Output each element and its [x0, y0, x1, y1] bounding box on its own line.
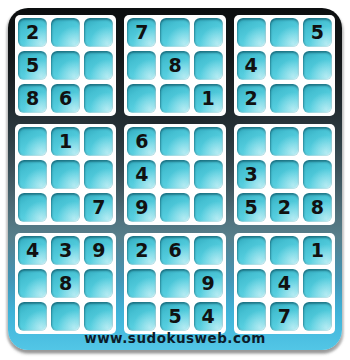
cell-r8c9[interactable] — [303, 269, 332, 298]
cell-r1c2[interactable] — [51, 18, 80, 47]
cell-r7c2[interactable]: 3 — [51, 236, 80, 265]
cell-r9c9[interactable] — [303, 302, 332, 331]
cell-r1c5[interactable] — [160, 18, 189, 47]
cell-r6c8[interactable]: 2 — [270, 193, 299, 222]
cell-r5c5[interactable] — [160, 160, 189, 189]
box-1-2: 781 — [124, 15, 225, 116]
cell-r1c9[interactable]: 5 — [303, 18, 332, 47]
cell-r2c5[interactable]: 8 — [160, 51, 189, 80]
box-1-1: 2586 — [15, 15, 116, 116]
cell-r4c3[interactable] — [84, 127, 113, 156]
cell-r7c5[interactable]: 6 — [160, 236, 189, 265]
cell-r4c1[interactable] — [18, 127, 47, 156]
footer-bar: www.sudokusweb.com — [8, 328, 342, 347]
given-digit: 8 — [168, 56, 181, 75]
box-1-3: 542 — [234, 15, 335, 116]
cell-r1c3[interactable] — [84, 18, 113, 47]
cell-r3c6[interactable]: 1 — [194, 84, 223, 113]
cell-r2c8[interactable] — [270, 51, 299, 80]
cell-r1c7[interactable] — [237, 18, 266, 47]
cell-r8c3[interactable] — [84, 269, 113, 298]
cell-r7c9[interactable]: 1 — [303, 236, 332, 265]
given-digit: 5 — [311, 23, 324, 42]
cell-r5c2[interactable] — [51, 160, 80, 189]
given-digit: 1 — [311, 241, 324, 260]
cell-r5c6[interactable] — [194, 160, 223, 189]
box-3-2: 26954 — [124, 233, 225, 334]
cell-r1c4[interactable]: 7 — [127, 18, 156, 47]
sudoku-board: 2586781542176493528439826954147 — [15, 15, 335, 334]
given-digit: 6 — [135, 132, 148, 151]
given-digit: 4 — [26, 241, 39, 260]
cell-r2c2[interactable] — [51, 51, 80, 80]
cell-r1c8[interactable] — [270, 18, 299, 47]
cell-r4c5[interactable] — [160, 127, 189, 156]
given-digit: 2 — [278, 198, 291, 217]
cell-r6c9[interactable]: 8 — [303, 193, 332, 222]
given-digit: 4 — [135, 165, 148, 184]
box-2-2: 649 — [124, 124, 225, 225]
cell-r4c7[interactable] — [237, 127, 266, 156]
cell-r4c2[interactable]: 1 — [51, 127, 80, 156]
cell-r6c3[interactable]: 7 — [84, 193, 113, 222]
cell-r9c2[interactable] — [51, 302, 80, 331]
cell-r3c5[interactable] — [160, 84, 189, 113]
cell-r5c9[interactable] — [303, 160, 332, 189]
cell-r8c2[interactable]: 8 — [51, 269, 80, 298]
box-3-1: 4398 — [15, 233, 116, 334]
cell-r9c1[interactable] — [18, 302, 47, 331]
cell-r5c7[interactable]: 3 — [237, 160, 266, 189]
given-digit: 8 — [311, 198, 324, 217]
cell-r8c7[interactable] — [237, 269, 266, 298]
cell-r6c2[interactable] — [51, 193, 80, 222]
given-digit: 9 — [92, 241, 105, 260]
cell-r8c6[interactable]: 9 — [194, 269, 223, 298]
cell-r3c2[interactable]: 6 — [51, 84, 80, 113]
cell-r4c6[interactable] — [194, 127, 223, 156]
cell-r7c4[interactable]: 2 — [127, 236, 156, 265]
cell-r3c1[interactable]: 8 — [18, 84, 47, 113]
cell-r3c4[interactable] — [127, 84, 156, 113]
cell-r7c3[interactable]: 9 — [84, 236, 113, 265]
given-digit: 7 — [92, 198, 105, 217]
cell-r1c1[interactable]: 2 — [18, 18, 47, 47]
cell-r8c4[interactable] — [127, 269, 156, 298]
cell-r4c8[interactable] — [270, 127, 299, 156]
cell-r2c4[interactable] — [127, 51, 156, 80]
given-digit: 5 — [26, 56, 39, 75]
cell-r2c7[interactable]: 4 — [237, 51, 266, 80]
footer-url-link[interactable]: www.sudokusweb.com — [84, 330, 266, 346]
given-digit: 6 — [59, 89, 72, 108]
given-digit: 1 — [201, 89, 214, 108]
cell-r7c6[interactable] — [194, 236, 223, 265]
given-digit: 8 — [26, 89, 39, 108]
box-3-3: 147 — [234, 233, 335, 334]
cell-r2c6[interactable] — [194, 51, 223, 80]
given-digit: 9 — [201, 274, 214, 293]
cell-r2c9[interactable] — [303, 51, 332, 80]
cell-r8c1[interactable] — [18, 269, 47, 298]
cell-r9c4[interactable] — [127, 302, 156, 331]
given-digit: 5 — [168, 307, 181, 326]
cell-r8c5[interactable] — [160, 269, 189, 298]
cell-r5c3[interactable] — [84, 160, 113, 189]
cell-r1c6[interactable] — [194, 18, 223, 47]
cell-r2c3[interactable] — [84, 51, 113, 80]
cell-r8c8[interactable]: 4 — [270, 269, 299, 298]
cell-r9c7[interactable] — [237, 302, 266, 331]
given-digit: 3 — [245, 165, 258, 184]
cell-r9c8[interactable]: 7 — [270, 302, 299, 331]
cell-r9c5[interactable]: 5 — [160, 302, 189, 331]
given-digit: 7 — [135, 23, 148, 42]
given-digit: 1 — [59, 132, 72, 151]
given-digit: 4 — [245, 56, 258, 75]
cell-r3c8[interactable] — [270, 84, 299, 113]
given-digit: 2 — [245, 89, 258, 108]
given-digit: 9 — [135, 198, 148, 217]
box-2-3: 3528 — [234, 124, 335, 225]
cell-r3c9[interactable] — [303, 84, 332, 113]
cell-r7c1[interactable]: 4 — [18, 236, 47, 265]
cell-r3c3[interactable] — [84, 84, 113, 113]
given-digit: 2 — [26, 23, 39, 42]
cell-r5c8[interactable] — [270, 160, 299, 189]
cell-r9c6[interactable]: 4 — [194, 302, 223, 331]
cell-r6c5[interactable] — [160, 193, 189, 222]
given-digit: 2 — [135, 241, 148, 260]
cell-r3c7[interactable]: 2 — [237, 84, 266, 113]
cell-r2c1[interactable]: 5 — [18, 51, 47, 80]
cell-r9c3[interactable] — [84, 302, 113, 331]
given-digit: 7 — [278, 307, 291, 326]
box-2-1: 17 — [15, 124, 116, 225]
cell-r6c6[interactable] — [194, 193, 223, 222]
cell-r6c1[interactable] — [18, 193, 47, 222]
given-digit: 4 — [201, 307, 214, 326]
cell-r6c4[interactable]: 9 — [127, 193, 156, 222]
given-digit: 6 — [168, 241, 181, 260]
cell-r7c8[interactable] — [270, 236, 299, 265]
given-digit: 5 — [245, 198, 258, 217]
cell-r5c1[interactable] — [18, 160, 47, 189]
cell-r6c7[interactable]: 5 — [237, 193, 266, 222]
sudoku-panel: 2586781542176493528439826954147 www.sudo… — [8, 8, 342, 350]
given-digit: 3 — [59, 241, 72, 260]
cell-r4c9[interactable] — [303, 127, 332, 156]
cell-r5c4[interactable]: 4 — [127, 160, 156, 189]
given-digit: 8 — [59, 274, 72, 293]
given-digit: 4 — [278, 274, 291, 293]
cell-r4c4[interactable]: 6 — [127, 127, 156, 156]
cell-r7c7[interactable] — [237, 236, 266, 265]
